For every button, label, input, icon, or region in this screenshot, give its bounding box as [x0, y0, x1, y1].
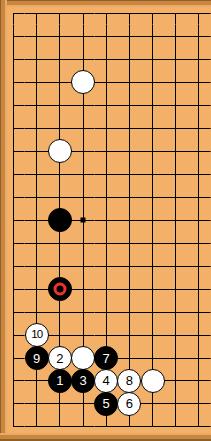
board-frame-top [0, 0, 211, 7]
intersection-c9r12[interactable] [187, 255, 210, 278]
intersection-c2r10[interactable] [25, 209, 48, 232]
white-stone-G3[interactable] [141, 369, 165, 393]
intersection-c7r18[interactable] [141, 392, 164, 415]
intersection-c8r12[interactable] [164, 255, 187, 278]
intersection-c3r18[interactable] [48, 392, 71, 415]
intersection-c4r14[interactable] [71, 301, 94, 324]
intersection-c2r17[interactable] [25, 370, 48, 393]
intersection-c3r13[interactable] [48, 278, 71, 301]
black-stone-C7[interactable] [48, 277, 72, 301]
intersection-c5r16[interactable]: 7 [95, 347, 118, 370]
intersection-c4r17[interactable]: 3 [71, 370, 94, 393]
intersection-c7r6[interactable] [141, 117, 164, 140]
intersection-c6r2[interactable] [118, 25, 141, 48]
intersection-c3r17[interactable]: 1 [48, 370, 71, 393]
intersection-c6r12[interactable] [118, 255, 141, 278]
white-stone-move-10-B5[interactable]: 10 [25, 323, 49, 347]
intersection-c8r4[interactable] [164, 71, 187, 94]
intersection-c3r15[interactable] [48, 324, 71, 347]
intersection-c9r2[interactable] [187, 25, 210, 48]
intersection-c4r7[interactable] [71, 140, 94, 163]
intersection-c7r12[interactable] [141, 255, 164, 278]
intersection-c9r11[interactable] [187, 232, 210, 255]
intersection-c9r15[interactable] [187, 324, 210, 347]
intersection-c9r13[interactable] [187, 278, 210, 301]
intersection-c7r2[interactable] [141, 25, 164, 48]
intersection-c7r7[interactable] [141, 140, 164, 163]
intersection-c4r12[interactable] [71, 255, 94, 278]
intersection-c2r5[interactable] [25, 94, 48, 117]
intersection-c9r17[interactable] [187, 370, 210, 393]
white-stone-move-2-C4[interactable]: 2 [48, 346, 72, 370]
intersection-c5r5[interactable] [95, 94, 118, 117]
intersection-c8r13[interactable] [164, 278, 187, 301]
intersection-c3r12[interactable] [48, 255, 71, 278]
move-number: 6 [126, 397, 133, 410]
intersection-c7r13[interactable] [141, 278, 164, 301]
intersection-c4r10[interactable] [71, 209, 94, 232]
intersection-c6r13[interactable] [118, 278, 141, 301]
intersection-c3r4[interactable] [48, 71, 71, 94]
intersection-c9r6[interactable] [187, 117, 210, 140]
intersection-c3r9[interactable] [48, 186, 71, 209]
intersection-c7r16[interactable] [141, 347, 164, 370]
intersection-c3r5[interactable] [48, 94, 71, 117]
black-stone-move-7-E4[interactable]: 7 [94, 346, 118, 370]
star-point-D10 [81, 218, 86, 223]
intersection-c8r9[interactable] [164, 186, 187, 209]
intersection-c8r3[interactable] [164, 48, 187, 71]
intersection-c8r5[interactable] [164, 94, 187, 117]
intersection-c4r15[interactable] [71, 324, 94, 347]
intersection-c8r18[interactable] [164, 392, 187, 415]
move-number: 9 [33, 351, 40, 364]
intersection-c6r6[interactable] [118, 117, 141, 140]
intersection-c2r6[interactable] [25, 117, 48, 140]
intersection-c8r2[interactable] [164, 25, 187, 48]
intersection-c8r6[interactable] [164, 117, 187, 140]
intersection-c3r16[interactable]: 2 [48, 347, 71, 370]
intersection-c3r3[interactable] [48, 48, 71, 71]
intersection-c7r10[interactable] [141, 209, 164, 232]
intersection-c6r18[interactable]: 6 [118, 392, 141, 415]
intersection-c9r7[interactable] [187, 140, 210, 163]
intersection-c5r3[interactable] [95, 48, 118, 71]
intersection-c4r2[interactable] [71, 25, 94, 48]
intersection-c5r9[interactable] [95, 186, 118, 209]
intersection-c4r4[interactable] [71, 71, 94, 94]
intersection-c3r2[interactable] [48, 25, 71, 48]
intersection-c7r9[interactable] [141, 186, 164, 209]
intersection-c5r14[interactable] [95, 301, 118, 324]
intersection-c3r6[interactable] [48, 117, 71, 140]
intersection-c6r5[interactable] [118, 94, 141, 117]
intersection-c4r5[interactable] [71, 94, 94, 117]
intersection-c2r2[interactable] [25, 25, 48, 48]
intersection-c4r8[interactable] [71, 163, 94, 186]
intersection-c3r14[interactable] [48, 301, 71, 324]
move-number: 8 [126, 374, 133, 387]
intersection-c9r5[interactable] [187, 94, 210, 117]
intersection-c6r10[interactable] [118, 209, 141, 232]
move-number: 10 [31, 329, 42, 341]
intersection-c5r10[interactable] [95, 209, 118, 232]
black-stone-move-3-D3[interactable]: 3 [71, 369, 95, 393]
black-stone-move-9-B4[interactable]: 9 [25, 346, 49, 370]
white-stone-move-6-F2[interactable]: 6 [117, 392, 141, 416]
black-stone-move-5-E2[interactable]: 5 [94, 392, 118, 416]
intersection-c8r15[interactable] [164, 324, 187, 347]
intersection-c5r13[interactable] [95, 278, 118, 301]
intersection-c5r18[interactable]: 5 [95, 392, 118, 415]
intersection-c2r3[interactable] [25, 48, 48, 71]
board-frame-left [0, 0, 7, 441]
intersection-c5r11[interactable] [95, 232, 118, 255]
intersection-c2r4[interactable] [25, 71, 48, 94]
intersection-c4r18[interactable] [71, 392, 94, 415]
intersection-c6r4[interactable] [118, 71, 141, 94]
intersection-c7r14[interactable] [141, 301, 164, 324]
go-board-diagram: 10927134856 [0, 0, 211, 441]
white-stone-move-8-F3[interactable]: 8 [117, 369, 141, 393]
intersection-c4r16[interactable] [71, 347, 94, 370]
intersection-c2r7[interactable] [25, 140, 48, 163]
move-number: 5 [103, 397, 110, 410]
intersection-c2r14[interactable] [25, 301, 48, 324]
white-stone-move-4-E3[interactable]: 4 [94, 369, 118, 393]
intersection-c6r9[interactable] [118, 186, 141, 209]
intersection-c4r11[interactable] [71, 232, 94, 255]
intersection-c6r7[interactable] [118, 140, 141, 163]
intersection-c9r9[interactable] [187, 186, 210, 209]
white-stone-D16[interactable] [71, 70, 95, 94]
intersection-c5r6[interactable] [95, 117, 118, 140]
white-stone-C13[interactable] [48, 139, 72, 163]
intersection-c7r17[interactable] [141, 370, 164, 393]
intersection-c9r4[interactable] [187, 71, 210, 94]
move-number: 2 [56, 351, 63, 364]
intersection-c5r17[interactable]: 4 [95, 370, 118, 393]
intersection-c2r12[interactable] [25, 255, 48, 278]
intersection-c3r7[interactable] [48, 140, 71, 163]
intersection-c2r15[interactable]: 10 [25, 324, 48, 347]
intersection-c6r14[interactable] [118, 301, 141, 324]
intersection-c9r10[interactable] [187, 209, 210, 232]
intersection-c8r11[interactable] [164, 232, 187, 255]
intersection-c2r13[interactable] [25, 278, 48, 301]
intersection-c9r8[interactable] [187, 163, 210, 186]
intersection-c6r15[interactable] [118, 324, 141, 347]
intersection-c6r3[interactable] [118, 48, 141, 71]
intersection-c5r15[interactable] [95, 324, 118, 347]
intersection-c3r11[interactable] [48, 232, 71, 255]
intersection-c7r4[interactable] [141, 71, 164, 94]
intersection-c4r9[interactable] [71, 186, 94, 209]
intersection-c5r4[interactable] [95, 71, 118, 94]
intersection-c2r16[interactable]: 9 [25, 347, 48, 370]
intersection-c7r8[interactable] [141, 163, 164, 186]
black-stone-move-1-C3[interactable]: 1 [48, 369, 72, 393]
intersection-c6r8[interactable] [118, 163, 141, 186]
intersection-c2r8[interactable] [25, 163, 48, 186]
intersection-c5r8[interactable] [95, 163, 118, 186]
move-number: 3 [79, 374, 86, 387]
intersection-c6r17[interactable]: 8 [118, 370, 141, 393]
intersection-c9r3[interactable] [187, 48, 210, 71]
intersection-c4r3[interactable] [71, 48, 94, 71]
intersection-c3r8[interactable] [48, 163, 71, 186]
white-stone-D4[interactable] [71, 346, 95, 370]
intersection-c9r16[interactable] [187, 347, 210, 370]
intersection-c3r10[interactable] [48, 209, 71, 232]
intersection-c9r14[interactable] [187, 301, 210, 324]
intersection-c8r7[interactable] [164, 140, 187, 163]
move-number: 1 [56, 374, 63, 387]
intersection-c2r11[interactable] [25, 232, 48, 255]
intersection-c4r6[interactable] [71, 117, 94, 140]
intersection-c7r5[interactable] [141, 94, 164, 117]
intersection-c4r13[interactable] [71, 278, 94, 301]
move-number: 4 [103, 374, 110, 387]
black-stone-C10[interactable] [48, 208, 72, 232]
intersection-c8r8[interactable] [164, 163, 187, 186]
intersection-c9r18[interactable] [187, 392, 210, 415]
circle-marker [53, 283, 66, 296]
intersection-c7r11[interactable] [141, 232, 164, 255]
go-board: 10927134856 [2, 2, 211, 438]
board-frame-bottom [0, 433, 211, 441]
intersection-c7r15[interactable] [141, 324, 164, 347]
intersection-c6r11[interactable] [118, 232, 141, 255]
intersection-c8r14[interactable] [164, 301, 187, 324]
intersection-c8r17[interactable] [164, 370, 187, 393]
intersection-c2r18[interactable] [25, 392, 48, 415]
intersection-c5r7[interactable] [95, 140, 118, 163]
intersection-c6r16[interactable] [118, 347, 141, 370]
intersection-c2r9[interactable] [25, 186, 48, 209]
intersection-c7r3[interactable] [141, 48, 164, 71]
intersection-c5r2[interactable] [95, 25, 118, 48]
intersection-c8r16[interactable] [164, 347, 187, 370]
intersection-c8r10[interactable] [164, 209, 187, 232]
intersection-c5r12[interactable] [95, 255, 118, 278]
move-number: 7 [103, 351, 110, 364]
